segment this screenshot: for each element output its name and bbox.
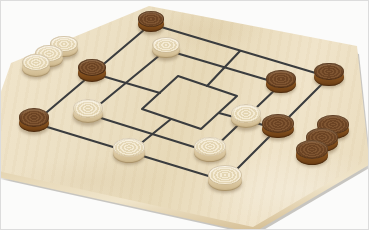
black-piece-a7[interactable] [138, 11, 165, 32]
board-point-d3[interactable] [164, 115, 178, 124]
piece-top [113, 138, 145, 157]
board-point-c3[interactable] [135, 105, 149, 114]
board-point-e5[interactable] [230, 92, 244, 101]
white-reserve-piece-3[interactable] [22, 54, 51, 76]
black-piece-a1[interactable] [19, 108, 50, 132]
black-piece-g7[interactable] [314, 63, 343, 86]
white-piece-g1[interactable] [208, 165, 241, 191]
piece-top [262, 114, 293, 133]
black-piece-a4[interactable] [78, 59, 107, 82]
board-point-d7[interactable] [233, 47, 247, 56]
piece-top [296, 140, 328, 159]
piece-top [266, 70, 295, 88]
white-piece-f4[interactable] [231, 104, 262, 128]
white-piece-b2[interactable] [73, 99, 104, 123]
piece-top [231, 104, 262, 122]
board-point-b4[interactable] [120, 78, 134, 87]
black-piece-g4[interactable] [262, 114, 293, 138]
black-reserve-piece-3[interactable] [296, 140, 328, 165]
white-piece-b6[interactable] [152, 37, 180, 59]
piece-top [208, 165, 241, 185]
white-piece-f2[interactable] [194, 137, 226, 162]
piece-top [194, 137, 226, 156]
piece-top [152, 37, 180, 54]
board-point-e4[interactable] [212, 109, 226, 118]
piece-top [73, 99, 104, 117]
piece-top [314, 63, 343, 80]
board-point-c5[interactable] [171, 72, 185, 81]
board-point-c4[interactable] [153, 89, 167, 98]
board-point-d5[interactable] [200, 82, 214, 91]
board-point-d6[interactable] [216, 63, 230, 72]
board-point-e3[interactable] [194, 125, 208, 134]
piece-top [19, 108, 50, 127]
black-piece-f6[interactable] [266, 70, 295, 93]
white-piece-d1[interactable] [113, 138, 145, 163]
product-photo [0, 0, 369, 230]
